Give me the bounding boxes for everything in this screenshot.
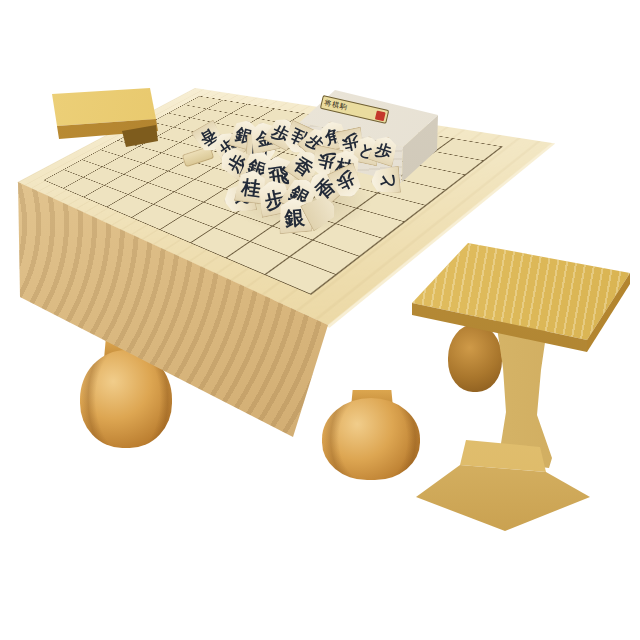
red-seal-stamp bbox=[375, 110, 386, 121]
piece-kanji: 歩 bbox=[334, 169, 358, 193]
piece-kanji: と bbox=[378, 171, 396, 190]
piece-kanji: 香 bbox=[291, 154, 316, 179]
piece-kanji: 桂 bbox=[241, 177, 262, 198]
shogi-set-photo: 将棋駒 香歩銀王金歩桂歩角歩と歩銀飛香歩桂歩とと桂歩銀香歩銀 bbox=[0, 0, 640, 640]
piece-box-label-text: 将棋駒 bbox=[323, 98, 349, 113]
piece-kanji: 歩 bbox=[374, 141, 394, 161]
